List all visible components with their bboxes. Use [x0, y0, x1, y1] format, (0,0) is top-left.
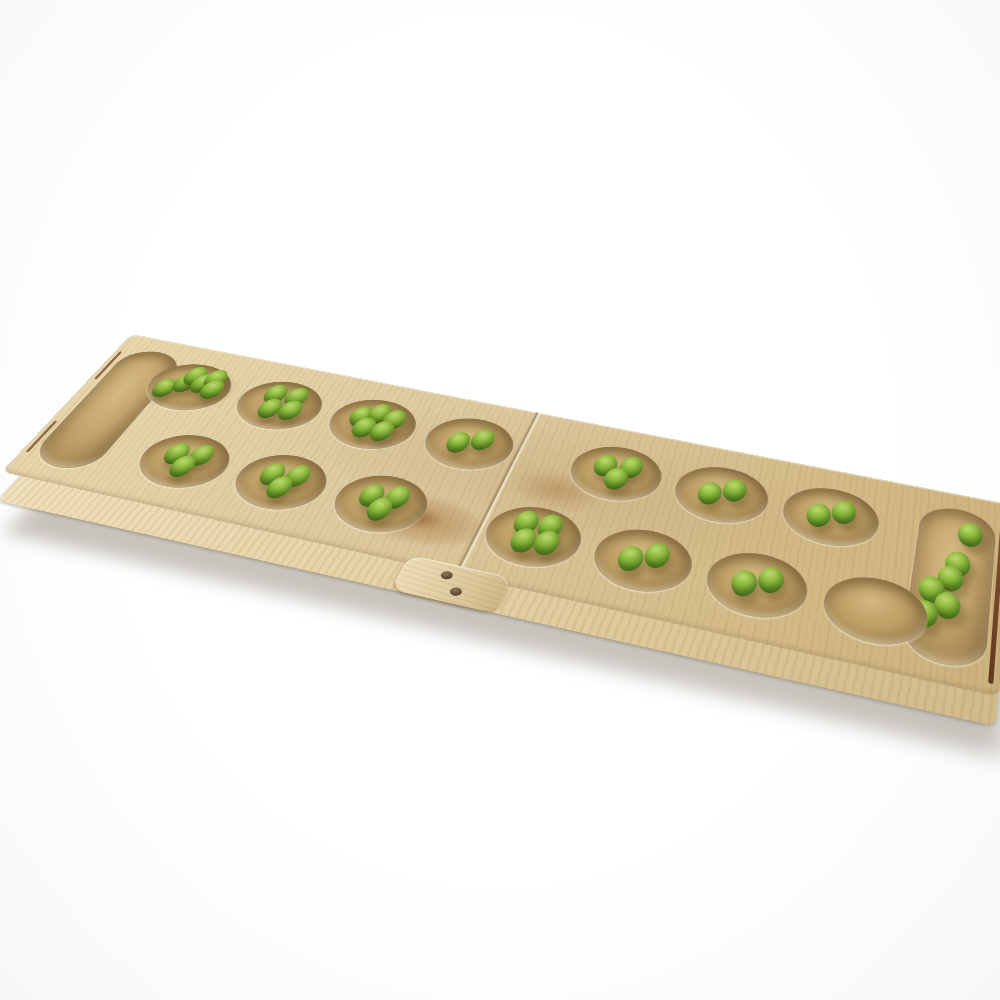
seed	[755, 565, 786, 596]
seed	[641, 541, 673, 571]
pit-front-1[interactable]	[124, 428, 244, 495]
pit-back-7[interactable]	[777, 481, 884, 555]
seed	[466, 428, 498, 452]
seed	[829, 499, 857, 526]
mancala-photo-scene	[0, 0, 1000, 1000]
seed	[614, 544, 647, 574]
seed	[728, 568, 760, 599]
seed	[956, 521, 983, 550]
pit-back-6[interactable]	[667, 460, 775, 531]
seed	[804, 501, 833, 529]
hinge-screw-icon	[439, 570, 454, 580]
pit-front-5[interactable]	[584, 522, 700, 601]
store-right	[900, 502, 997, 673]
seed	[720, 477, 749, 503]
pit-back-3[interactable]	[317, 393, 428, 456]
pit-front-6[interactable]	[698, 545, 813, 627]
seed	[694, 480, 724, 507]
pit-front-2[interactable]	[220, 448, 339, 518]
seed	[442, 430, 474, 454]
hinge-screw-icon	[448, 586, 463, 597]
